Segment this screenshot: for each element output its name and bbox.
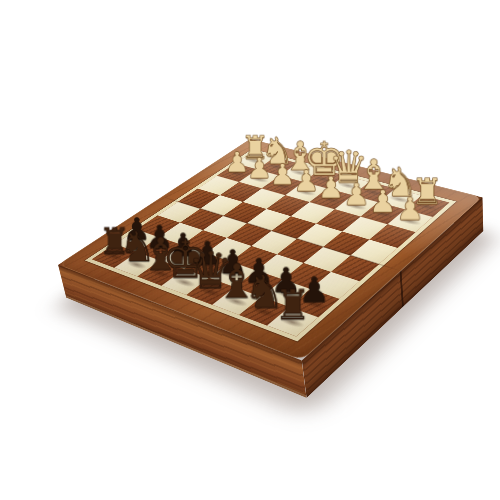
white-pawn-glyph: ♟	[318, 173, 345, 203]
scene-tilt: ♜♞♝♚♛♝♞♜♟♟♟♟♟♟♟♟♟♟♟♟♟♟♟♟♜♞♝♚♛♝♞♜	[0, 0, 500, 500]
chess-board: ♜♞♝♚♛♝♞♜♟♟♟♟♟♟♟♟♟♟♟♟♟♟♟♟♜♞♝♚♛♝♞♜	[58, 139, 482, 360]
white-pawn-glyph: ♟	[396, 193, 424, 224]
white-pawn-glyph: ♟	[343, 179, 370, 209]
white-pawn-glyph: ♟	[293, 166, 319, 195]
black-rook-glyph: ♜	[274, 285, 311, 326]
piece-black-rook[interactable]: ♜	[267, 307, 318, 337]
product-photo-stage: ♜♞♝♚♛♝♞♜♟♟♟♟♟♟♟♟♟♟♟♟♟♟♟♟♜♞♝♚♛♝♞♜	[0, 0, 500, 500]
square-a8[interactable]: ♜	[267, 307, 318, 337]
white-pawn-glyph: ♟	[270, 160, 296, 189]
white-pawn-glyph: ♟	[369, 186, 397, 217]
white-pawn-glyph: ♟	[247, 154, 273, 182]
perspective-layer: ♜♞♝♚♛♝♞♜♟♟♟♟♟♟♟♟♟♟♟♟♟♟♟♟♜♞♝♚♛♝♞♜	[0, 0, 500, 500]
